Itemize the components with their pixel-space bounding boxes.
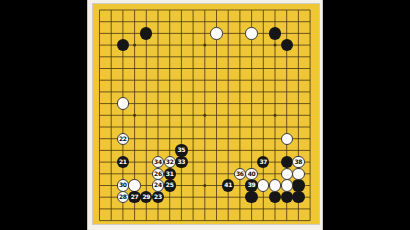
move-40-white-stone: 40 (245, 168, 257, 180)
move-22-white-stone: 22 (117, 133, 129, 145)
black-stone (269, 27, 281, 39)
star-point (203, 44, 206, 47)
move-35-black-stone: 35 (175, 144, 187, 156)
black-stone (245, 191, 257, 203)
star-point (133, 44, 136, 47)
star-point (274, 114, 277, 117)
board-frame: 2122232425262728293031323334353637383940… (87, 0, 323, 230)
white-stone (210, 27, 222, 39)
white-stone (281, 179, 293, 191)
star-point (203, 114, 206, 117)
move-32-white-stone: 32 (164, 156, 176, 168)
move-24-white-stone: 24 (152, 179, 164, 191)
star-point (203, 184, 206, 187)
move-41-black-stone: 41 (222, 179, 234, 191)
white-stone (292, 168, 304, 180)
white-stone (281, 133, 293, 145)
move-27-black-stone: 27 (128, 191, 140, 203)
white-stone (117, 97, 129, 109)
move-30-white-stone: 30 (117, 179, 129, 191)
star-point (274, 44, 277, 47)
star-point (133, 114, 136, 117)
black-stone (140, 27, 152, 39)
white-stone (245, 27, 257, 39)
black-stone (281, 156, 293, 168)
goban: 2122232425262728293031323334353637383940… (93, 4, 319, 224)
white-stone (128, 179, 140, 191)
black-stone (292, 191, 304, 203)
white-stone (281, 168, 293, 180)
move-25-black-stone: 25 (164, 179, 176, 191)
move-39-black-stone: 39 (245, 179, 257, 191)
page-background: 2122232425262728293031323334353637383940… (0, 0, 410, 230)
black-stone (292, 179, 304, 191)
black-stone (281, 39, 293, 51)
move-38-white-stone: 38 (292, 156, 304, 168)
move-33-black-stone: 33 (175, 156, 187, 168)
move-26-white-stone: 26 (152, 168, 164, 180)
white-stone (269, 179, 281, 191)
move-36-white-stone: 36 (234, 168, 246, 180)
move-31-black-stone: 31 (164, 168, 176, 180)
